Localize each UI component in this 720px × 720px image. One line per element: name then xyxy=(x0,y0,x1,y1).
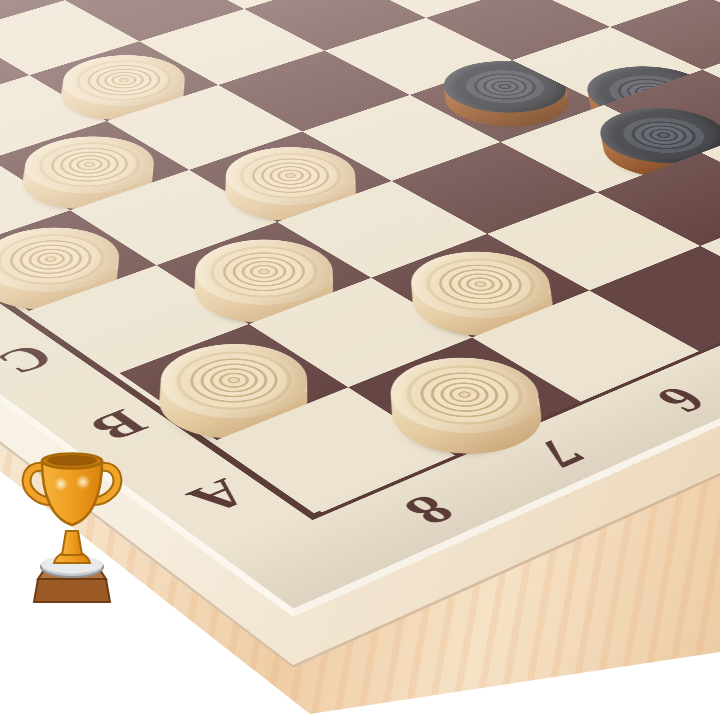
trophy-highlight-left xyxy=(54,477,68,491)
trophy-bowl xyxy=(42,461,102,525)
trophy-rim-inner xyxy=(47,455,97,466)
trophy-icon xyxy=(20,447,124,604)
trophy-stem xyxy=(62,531,82,555)
photo-stage: HGFEDCBA 87654321 xyxy=(0,0,720,720)
trophy-highlight-right xyxy=(76,475,91,490)
trophy-base-front xyxy=(34,579,110,602)
